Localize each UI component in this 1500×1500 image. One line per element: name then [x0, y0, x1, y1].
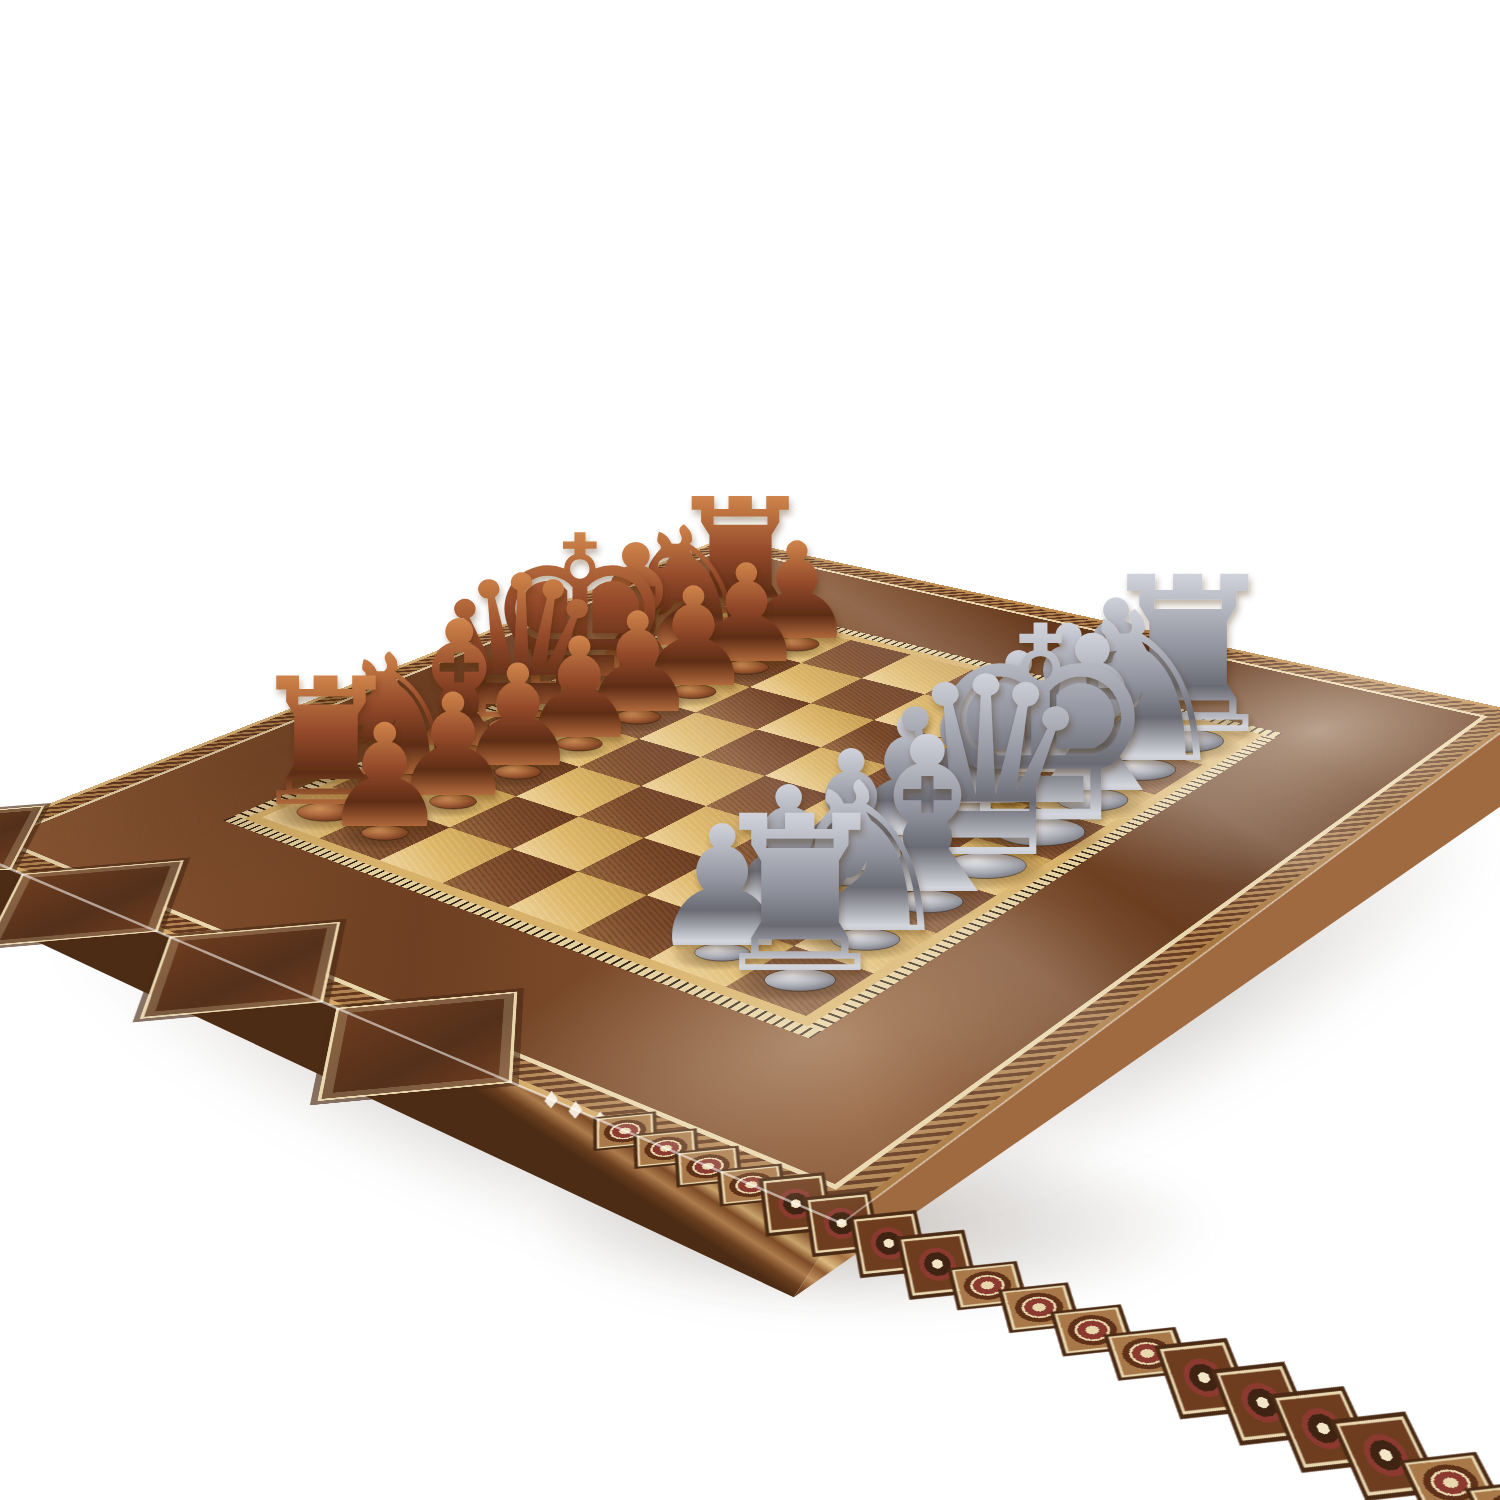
product-photo-scene: ♜♟♞♟♝♟♚♟♟♛♜♟♟♝♞♟♟♞♝♟♟♜♚♟♟♛♟♝♟♞♟♜: [0, 0, 1500, 1500]
piece-group: ♜: [703, 770, 896, 1021]
pieces-layer: ♜♟♞♟♝♟♚♟♟♛♜♟♟♝♞♟♟♞♝♟♟♜♚♟♟♛♟♝♟♞♟♜: [0, 0, 1500, 1500]
piece-group: ♟: [321, 693, 449, 860]
piece-silver-rook-a1[interactable]: ♜: [703, 770, 896, 1021]
piece-copper-pawn-a7[interactable]: ♟: [321, 693, 449, 860]
